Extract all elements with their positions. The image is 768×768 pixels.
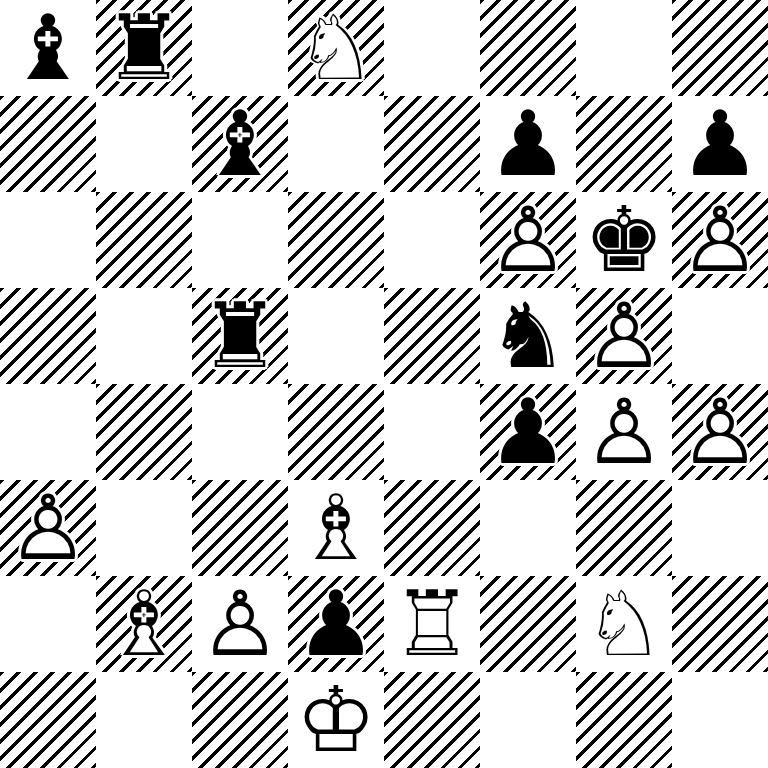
- square-b2[interactable]: ♝♗: [96, 576, 192, 672]
- square-c1[interactable]: [192, 672, 288, 768]
- square-a5[interactable]: [0, 288, 96, 384]
- square-g4[interactable]: ♟♙: [576, 384, 672, 480]
- square-e3[interactable]: [384, 480, 480, 576]
- square-f3[interactable]: [480, 480, 576, 576]
- square-g5[interactable]: ♟♙: [576, 288, 672, 384]
- square-b6[interactable]: [96, 192, 192, 288]
- square-b8[interactable]: ♜♜: [96, 0, 192, 96]
- white-pawn-a3[interactable]: ♙: [0, 480, 96, 576]
- white-pawn-h4[interactable]: ♙: [672, 384, 768, 480]
- square-b1[interactable]: [96, 672, 192, 768]
- square-h4[interactable]: ♟♙: [672, 384, 768, 480]
- square-d7[interactable]: [288, 96, 384, 192]
- square-c8[interactable]: [192, 0, 288, 96]
- square-a7[interactable]: [0, 96, 96, 192]
- black-rook-b8[interactable]: ♜: [96, 0, 192, 96]
- square-a4[interactable]: [0, 384, 96, 480]
- square-f6[interactable]: ♟♙: [480, 192, 576, 288]
- black-king-g6[interactable]: ♚: [576, 192, 672, 288]
- square-h2[interactable]: [672, 576, 768, 672]
- square-c3[interactable]: [192, 480, 288, 576]
- square-b3[interactable]: [96, 480, 192, 576]
- white-knight-g2[interactable]: ♘: [576, 576, 672, 672]
- square-a1[interactable]: [0, 672, 96, 768]
- square-e4[interactable]: [384, 384, 480, 480]
- square-b7[interactable]: [96, 96, 192, 192]
- chess-board: ♝♝♜♜♞♘♝♝♟♟♟♟♟♙♚♚♟♙♜♜♞♞♟♙♟♟♟♙♟♙♟♙♝♗♝♗♟♙♟♟…: [0, 0, 768, 768]
- square-c6[interactable]: [192, 192, 288, 288]
- square-a8[interactable]: ♝♝: [0, 0, 96, 96]
- square-d4[interactable]: [288, 384, 384, 480]
- square-h7[interactable]: ♟♟: [672, 96, 768, 192]
- black-rook-c5[interactable]: ♜: [192, 288, 288, 384]
- square-f2[interactable]: [480, 576, 576, 672]
- square-g3[interactable]: [576, 480, 672, 576]
- black-pawn-f4[interactable]: ♟: [480, 384, 576, 480]
- square-h3[interactable]: [672, 480, 768, 576]
- black-bishop-a8[interactable]: ♝: [0, 0, 96, 96]
- square-c7[interactable]: ♝♝: [192, 96, 288, 192]
- square-b5[interactable]: [96, 288, 192, 384]
- square-g1[interactable]: [576, 672, 672, 768]
- white-knight-d8[interactable]: ♘: [288, 0, 384, 96]
- square-e2[interactable]: ♜♖: [384, 576, 480, 672]
- square-a6[interactable]: [0, 192, 96, 288]
- black-knight-f5[interactable]: ♞: [480, 288, 576, 384]
- black-pawn-f7[interactable]: ♟: [480, 96, 576, 192]
- square-f7[interactable]: ♟♟: [480, 96, 576, 192]
- square-h1[interactable]: [672, 672, 768, 768]
- square-e1[interactable]: [384, 672, 480, 768]
- square-d8[interactable]: ♞♘: [288, 0, 384, 96]
- white-pawn-f6[interactable]: ♙: [480, 192, 576, 288]
- square-c4[interactable]: [192, 384, 288, 480]
- white-bishop-b2[interactable]: ♗: [96, 576, 192, 672]
- black-pawn-h7[interactable]: ♟: [672, 96, 768, 192]
- square-a2[interactable]: [0, 576, 96, 672]
- square-a3[interactable]: ♟♙: [0, 480, 96, 576]
- square-h8[interactable]: [672, 0, 768, 96]
- square-d5[interactable]: [288, 288, 384, 384]
- white-pawn-g4[interactable]: ♙: [576, 384, 672, 480]
- square-c5[interactable]: ♜♜: [192, 288, 288, 384]
- square-h5[interactable]: [672, 288, 768, 384]
- square-g6[interactable]: ♚♚: [576, 192, 672, 288]
- white-rook-e2[interactable]: ♖: [384, 576, 480, 672]
- square-f4[interactable]: ♟♟: [480, 384, 576, 480]
- square-b4[interactable]: [96, 384, 192, 480]
- black-pawn-d2[interactable]: ♟: [288, 576, 384, 672]
- square-d6[interactable]: [288, 192, 384, 288]
- white-king-d1[interactable]: ♔: [288, 672, 384, 768]
- square-e7[interactable]: [384, 96, 480, 192]
- square-g7[interactable]: [576, 96, 672, 192]
- square-c2[interactable]: ♟♙: [192, 576, 288, 672]
- white-pawn-g5[interactable]: ♙: [576, 288, 672, 384]
- square-d1[interactable]: ♚♔: [288, 672, 384, 768]
- square-d2[interactable]: ♟♟: [288, 576, 384, 672]
- white-pawn-h6[interactable]: ♙: [672, 192, 768, 288]
- square-e8[interactable]: [384, 0, 480, 96]
- black-bishop-c7[interactable]: ♝: [192, 96, 288, 192]
- white-bishop-d3[interactable]: ♗: [288, 480, 384, 576]
- square-f5[interactable]: ♞♞: [480, 288, 576, 384]
- square-d3[interactable]: ♝♗: [288, 480, 384, 576]
- square-e6[interactable]: [384, 192, 480, 288]
- square-e5[interactable]: [384, 288, 480, 384]
- square-h6[interactable]: ♟♙: [672, 192, 768, 288]
- square-g8[interactable]: [576, 0, 672, 96]
- square-f1[interactable]: [480, 672, 576, 768]
- white-pawn-c2[interactable]: ♙: [192, 576, 288, 672]
- square-f8[interactable]: [480, 0, 576, 96]
- square-g2[interactable]: ♞♘: [576, 576, 672, 672]
